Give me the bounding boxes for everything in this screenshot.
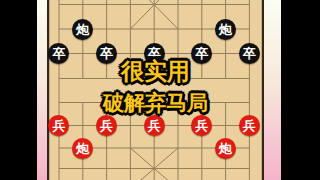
overlay-caption-bottom: 破解弃马局 [47,89,264,117]
piece-red-soldier[interactable]: 兵 [239,115,260,136]
piece-red-soldier[interactable]: 兵 [144,115,165,136]
piece-black-cannon[interactable]: 炮 [215,19,236,40]
piece-red-soldier[interactable]: 兵 [96,115,117,136]
overlay-caption-top: 很实用 [47,56,264,87]
right-letterbox-bar [281,0,320,180]
piece-black-cannon[interactable]: 炮 [72,19,93,40]
left-letterbox-bar [0,0,37,180]
left-gradient-strip [37,0,47,180]
right-gradient-strip [264,0,281,180]
piece-red-soldier[interactable]: 兵 [191,115,212,136]
video-frame: 炮炮卒卒卒卒卒兵兵兵兵炮炮兵 很实用 破解弃马局 [0,0,320,180]
piece-red-cannon[interactable]: 炮 [215,138,236,159]
piece-red-cannon[interactable]: 炮 [72,138,93,159]
piece-red-soldier[interactable]: 兵 [48,115,69,136]
